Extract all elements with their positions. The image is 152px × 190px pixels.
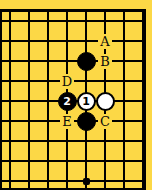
star-point (83, 178, 90, 185)
white-stone[interactable]: 1 (77, 92, 96, 111)
point-label-A[interactable]: A (98, 34, 112, 49)
grid-hline-bottom-edge (0, 188, 146, 190)
point-label-D[interactable]: D (60, 74, 74, 89)
point-label-E[interactable]: E (60, 114, 74, 129)
black-stone[interactable] (77, 112, 96, 131)
point-label-C[interactable]: C (98, 114, 112, 129)
black-stone[interactable] (77, 52, 96, 71)
grid-hline (0, 20, 146, 22)
point-label-B[interactable]: B (98, 54, 112, 69)
grid-hline (0, 40, 146, 42)
white-stone[interactable] (96, 92, 115, 111)
grid-hline (0, 160, 146, 162)
grid-hline (0, 60, 146, 62)
go-board: ABDEC21 (0, 0, 152, 190)
grid-hline (0, 180, 146, 182)
grid-hline (0, 140, 146, 142)
board-top-edge (0, 9, 146, 12)
board-right-edge (142, 9, 146, 190)
black-stone[interactable]: 2 (58, 92, 77, 111)
